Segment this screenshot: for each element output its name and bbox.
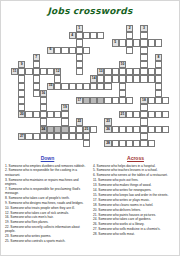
- grid-gap: [90, 54, 97, 61]
- crossword-cell[interactable]: [162, 111, 169, 118]
- grid-gap: [112, 83, 119, 90]
- grid-gap: [11, 83, 18, 90]
- grid-gap: [47, 118, 54, 125]
- grid-gap: [69, 39, 76, 46]
- crossword-cell[interactable]: [140, 75, 147, 82]
- clue-item: 17. Someone who writes or plays music.: [93, 198, 178, 202]
- crossword-cell[interactable]: [140, 61, 147, 68]
- grid-gap: [104, 111, 111, 118]
- clue-item: 8. Someone who takes care of people's te…: [5, 196, 90, 200]
- grid-gap: [18, 54, 25, 61]
- grid-gap: [25, 47, 32, 54]
- grid-gap: [90, 39, 97, 46]
- crossword-cell[interactable]: [148, 140, 155, 147]
- crossword-cell[interactable]: [25, 111, 32, 118]
- grid-gap: [33, 97, 40, 104]
- crossword-cell[interactable]: [104, 83, 111, 90]
- grid-gap: [90, 61, 97, 68]
- crossword-cell[interactable]: [76, 61, 83, 68]
- crossword-cell[interactable]: [119, 83, 126, 90]
- grid-gap: [97, 90, 104, 97]
- crossword-cell[interactable]: [33, 61, 40, 68]
- grid-gap: [148, 118, 155, 125]
- crossword-cell[interactable]: [83, 32, 90, 39]
- crossword-cell[interactable]: [119, 68, 126, 75]
- crossword-cell[interactable]: [83, 140, 90, 147]
- crossword-cell[interactable]: [69, 47, 76, 54]
- crossword-cell[interactable]: [76, 39, 83, 46]
- grid-gap: [97, 25, 104, 32]
- crossword-cell[interactable]: [140, 140, 147, 147]
- grid-gap: [11, 25, 18, 32]
- crossword-cell[interactable]: [148, 126, 155, 133]
- grid-gap: [47, 140, 54, 147]
- grid-gap: [54, 25, 61, 32]
- grid-gap: [148, 90, 155, 97]
- crossword-grid: 1234567891011121314151617181920212223242…: [11, 25, 169, 147]
- crossword-cell-numbered[interactable]: 22: [76, 118, 83, 125]
- crossword-cell-numbered[interactable]: 19: [61, 104, 68, 111]
- crossword-cell[interactable]: [90, 83, 97, 90]
- crossword-cell[interactable]: [140, 68, 147, 75]
- crossword-cell[interactable]: [54, 83, 61, 90]
- grid-gap: [18, 118, 25, 125]
- crossword-cell[interactable]: [76, 126, 83, 133]
- crossword-cell[interactable]: [33, 90, 40, 97]
- clue-item: 11. Someone who puts out fires.: [93, 178, 178, 182]
- crossword-cell[interactable]: [33, 133, 40, 140]
- crossword-cell[interactable]: [54, 111, 61, 118]
- crossword-cell-numbered[interactable]: 3: [140, 25, 147, 32]
- crossword-cell[interactable]: [133, 111, 140, 118]
- grid-gap: [133, 83, 140, 90]
- grid-gap: [11, 126, 18, 133]
- grid-gap: [40, 32, 47, 39]
- grid-gap: [11, 90, 18, 97]
- crossword-cell[interactable]: [47, 133, 54, 140]
- crossword-cell[interactable]: [54, 133, 61, 140]
- clue-item: 15. Someone who keeps law and order in t…: [93, 193, 178, 197]
- grid-gap: [83, 39, 90, 46]
- crossword-cell[interactable]: [148, 97, 155, 104]
- crossword-cell[interactable]: [112, 97, 119, 104]
- crossword-cell[interactable]: [126, 39, 133, 46]
- clue-item: 25. Someone who controls a sports match.: [5, 239, 90, 243]
- grid-gap: [162, 140, 169, 147]
- across-clues-list: 4. Someone who helps doctors in a hospit…: [93, 164, 178, 237]
- crossword-cell[interactable]: [33, 75, 40, 82]
- crossword-cell[interactable]: [69, 126, 76, 133]
- crossword-cell-numbered[interactable]: 8: [155, 54, 162, 61]
- crossword-cell[interactable]: [155, 61, 162, 68]
- crossword-cell[interactable]: [40, 118, 47, 125]
- grid-gap: [61, 25, 68, 32]
- clue-item: 16. Someone who cuts men's hair.: [5, 215, 90, 219]
- grid-gap: [47, 61, 54, 68]
- clue-item: 20. Someone who delivers letters.: [93, 208, 178, 212]
- crossword-cell[interactable]: [76, 83, 83, 90]
- grid-gap: [126, 104, 133, 111]
- crossword-cell[interactable]: [76, 32, 83, 39]
- grid-gap: [18, 32, 25, 39]
- across-clues-header: Across: [93, 155, 178, 161]
- grid-gap: [11, 32, 18, 39]
- grid-gap: [47, 90, 54, 97]
- grid-gap: [18, 126, 25, 133]
- grid-gap: [83, 25, 90, 32]
- crossword-cell[interactable]: [97, 97, 104, 104]
- crossword-cell-numbered[interactable]: 14: [90, 75, 97, 82]
- grid-gap: [133, 133, 140, 140]
- crossword-cell-numbered[interactable]: 26: [104, 126, 111, 133]
- crossword-cell[interactable]: [126, 111, 133, 118]
- crossword-cell-numbered[interactable]: 4: [69, 32, 76, 39]
- grid-gap: [90, 140, 97, 147]
- crossword-cell[interactable]: [140, 111, 147, 118]
- grid-gap: [76, 111, 83, 118]
- crossword-cell-numbered[interactable]: 21: [119, 111, 126, 118]
- crossword-cell[interactable]: [54, 126, 61, 133]
- crossword-cell[interactable]: [47, 111, 54, 118]
- grid-gap: [155, 47, 162, 54]
- crossword-cell[interactable]: [40, 133, 47, 140]
- grid-gap: [133, 54, 140, 61]
- crossword-cell[interactable]: [90, 32, 97, 39]
- grid-gap: [112, 133, 119, 140]
- crossword-cell[interactable]: [97, 83, 104, 90]
- crossword-cell[interactable]: [140, 39, 147, 46]
- crossword-cell[interactable]: [90, 126, 97, 133]
- crossword-cell-numbered[interactable]: 25: [83, 126, 90, 133]
- crossword-cell[interactable]: [18, 68, 25, 75]
- crossword-cell[interactable]: [47, 126, 54, 133]
- grid-gap: [119, 25, 126, 32]
- crossword-cell[interactable]: [140, 32, 147, 39]
- crossword-cell-numbered[interactable]: 20: [18, 111, 25, 118]
- crossword-cell-numbered[interactable]: 11: [11, 68, 18, 75]
- crossword-cell[interactable]: [47, 68, 54, 75]
- crossword-cell[interactable]: [155, 97, 162, 104]
- crossword-cell[interactable]: [140, 126, 147, 133]
- clue-item: 23. Someone who writes poems.: [5, 234, 90, 238]
- grid-gap: [61, 32, 68, 39]
- crossword-cell[interactable]: [25, 68, 32, 75]
- crossword-cell[interactable]: [155, 75, 162, 82]
- crossword-cell[interactable]: [133, 39, 140, 46]
- grid-gap: [148, 83, 155, 90]
- clue-item: 26. Someone who works at a library.: [93, 222, 178, 226]
- grid-gap: [18, 140, 25, 147]
- crossword-cell[interactable]: [148, 111, 155, 118]
- crossword-cell[interactable]: [104, 68, 111, 75]
- crossword-cell[interactable]: [162, 97, 169, 104]
- crossword-cell[interactable]: [33, 111, 40, 118]
- crossword-cell[interactable]: [133, 140, 140, 147]
- crossword-cell-numbered[interactable]: 7: [33, 54, 40, 61]
- crossword-cell-numbered[interactable]: 27: [18, 133, 25, 140]
- grid-gap: [119, 47, 126, 54]
- grid-gap: [104, 39, 111, 46]
- crossword-cell[interactable]: [83, 83, 90, 90]
- crossword-cell[interactable]: [18, 104, 25, 111]
- crossword-cell[interactable]: [148, 75, 155, 82]
- crossword-cell[interactable]: [140, 118, 147, 125]
- grid-gap: [25, 32, 32, 39]
- crossword-cell-numbered[interactable]: 23: [104, 118, 111, 125]
- crossword-cell[interactable]: [126, 126, 133, 133]
- grid-gap: [133, 90, 140, 97]
- grid-gap: [126, 118, 133, 125]
- crossword-cell[interactable]: [126, 140, 133, 147]
- grid-gap: [25, 54, 32, 61]
- crossword-cell[interactable]: [140, 47, 147, 54]
- worksheet-page: Jobs crosswords 123456789101112131415161…: [0, 0, 180, 256]
- crossword-cell[interactable]: [18, 97, 25, 104]
- grid-gap: [69, 68, 76, 75]
- grid-gap: [33, 118, 40, 125]
- grid-gap: [76, 104, 83, 111]
- clue-item: 18. Someone who cleans rooms in a hotel.: [93, 203, 178, 207]
- grid-gap: [69, 61, 76, 68]
- crossword-cell-numbered[interactable]: 28: [104, 140, 111, 147]
- grid-gap: [112, 47, 119, 54]
- crossword-cell[interactable]: [18, 75, 25, 82]
- crossword-cell[interactable]: [126, 68, 133, 75]
- crossword-cell[interactable]: [148, 68, 155, 75]
- crossword-cell[interactable]: [40, 111, 47, 118]
- grid-gap: [104, 133, 111, 140]
- grid-gap: [119, 118, 126, 125]
- grid-gap: [69, 90, 76, 97]
- crossword-cell[interactable]: [133, 126, 140, 133]
- crossword-cell-numbered[interactable]: 12: [54, 68, 61, 75]
- grid-gap: [25, 126, 32, 133]
- crossword-cell[interactable]: [112, 126, 119, 133]
- grid-gap: [112, 32, 119, 39]
- grid-gap: [18, 39, 25, 46]
- crossword-cell[interactable]: [40, 104, 47, 111]
- grid-gap: [76, 90, 83, 97]
- grid-gap: [25, 25, 32, 32]
- grid-gap: [61, 39, 68, 46]
- grid-gap: [11, 104, 18, 111]
- grid-gap: [155, 140, 162, 147]
- crossword-cell[interactable]: [76, 54, 83, 61]
- crossword-cell[interactable]: [54, 75, 61, 82]
- clue-item: 12. Someone who takes care of sick anima…: [5, 211, 90, 215]
- crossword-cell[interactable]: [119, 39, 126, 46]
- crossword-cell[interactable]: [61, 126, 68, 133]
- clue-item: 28. Someone who sells meat.: [93, 232, 178, 236]
- crossword-cell[interactable]: [83, 47, 90, 54]
- crossword-cell[interactable]: [18, 83, 25, 90]
- crossword-cell-numbered[interactable]: 5: [112, 39, 119, 46]
- clue-item: 13. Someone who makes things of wood.: [93, 183, 178, 187]
- crossword-cell-numbered[interactable]: 2: [126, 25, 133, 32]
- crossword-cell[interactable]: [133, 75, 140, 82]
- grid-gap: [162, 118, 169, 125]
- grid-gap: [40, 39, 47, 46]
- crossword-cell[interactable]: [18, 90, 25, 97]
- crossword-cell[interactable]: [112, 68, 119, 75]
- crossword-cell[interactable]: [155, 126, 162, 133]
- crossword-cell[interactable]: [148, 39, 155, 46]
- grid-gap: [155, 118, 162, 125]
- clue-item: 3. Someone who maintains or repairs mach…: [5, 178, 90, 186]
- crossword-cell[interactable]: [33, 68, 40, 75]
- crossword-cell[interactable]: [76, 68, 83, 75]
- grid-gap: [148, 61, 155, 68]
- page-title: Jobs crosswords: [1, 6, 179, 16]
- grid-gap: [162, 47, 169, 54]
- crossword-cell-numbered[interactable]: 17: [76, 97, 83, 104]
- grid-gap: [119, 133, 126, 140]
- grid-gap: [126, 83, 133, 90]
- grid-gap: [148, 25, 155, 32]
- grid-gap: [83, 54, 90, 61]
- grid-gap: [11, 111, 18, 118]
- grid-gap: [25, 39, 32, 46]
- grid-gap: [54, 90, 61, 97]
- crossword-cell[interactable]: [155, 90, 162, 97]
- grid-gap: [162, 68, 169, 75]
- grid-gap: [148, 133, 155, 140]
- grid-gap: [133, 47, 140, 54]
- grid-gap: [90, 111, 97, 118]
- crossword-cell-numbered[interactable]: 16: [40, 90, 47, 97]
- grid-gap: [112, 111, 119, 118]
- grid-gap: [155, 104, 162, 111]
- crossword-cell[interactable]: [155, 111, 162, 118]
- crossword-cell[interactable]: [119, 75, 126, 82]
- grid-gap: [83, 111, 90, 118]
- crossword-cell[interactable]: [25, 133, 32, 140]
- clue-item: 24. Someone who takes care of gardens.: [93, 217, 178, 221]
- grid-gap: [61, 54, 68, 61]
- crossword-cell[interactable]: [126, 75, 133, 82]
- crossword-cell-numbered[interactable]: 24: [40, 126, 47, 133]
- crossword-cell[interactable]: [97, 75, 104, 82]
- down-clues-header: Down: [5, 155, 90, 161]
- grid-gap: [25, 118, 32, 125]
- grid-gap: [90, 68, 97, 75]
- crossword-cell-numbered[interactable]: 13: [97, 68, 104, 75]
- crossword-cell[interactable]: [133, 68, 140, 75]
- crossword-cell[interactable]: [83, 97, 90, 104]
- crossword-cell[interactable]: [40, 68, 47, 75]
- crossword-cell-numbered[interactable]: 6: [47, 47, 54, 54]
- grid-gap: [104, 47, 111, 54]
- crossword-cell[interactable]: [61, 118, 68, 125]
- grid-gap: [83, 75, 90, 82]
- grid-gap: [140, 83, 147, 90]
- grid-gap: [97, 39, 104, 46]
- grid-gap: [162, 54, 169, 61]
- crossword-cell[interactable]: [76, 133, 83, 140]
- grid-gap: [126, 54, 133, 61]
- grid-gap: [61, 90, 68, 97]
- grid-gap: [148, 32, 155, 39]
- crossword-cell[interactable]: [119, 140, 126, 147]
- crossword-cell[interactable]: [119, 97, 126, 104]
- crossword-cell-numbered[interactable]: 15: [47, 83, 54, 90]
- crossword-cell[interactable]: [155, 83, 162, 90]
- crossword-cell[interactable]: [104, 97, 111, 104]
- clue-item: 19. Someone who flies planes.: [5, 220, 90, 224]
- grid-gap: [40, 47, 47, 54]
- crossword-cell[interactable]: [112, 140, 119, 147]
- clue-item: 9. Someone who designs machines, roads a…: [5, 201, 90, 205]
- crossword-cell-numbered[interactable]: 9: [18, 61, 25, 68]
- grid-gap: [83, 118, 90, 125]
- grid-gap: [61, 61, 68, 68]
- grid-gap: [104, 54, 111, 61]
- grid-gap: [97, 118, 104, 125]
- crossword-cell[interactable]: [97, 32, 104, 39]
- crossword-cell[interactable]: [76, 47, 83, 54]
- grid-gap: [54, 54, 61, 61]
- grid-gap: [119, 32, 126, 39]
- crossword-cell[interactable]: [155, 39, 162, 46]
- crossword-cell[interactable]: [162, 126, 169, 133]
- crossword-cell[interactable]: [140, 104, 147, 111]
- crossword-cell[interactable]: [83, 133, 90, 140]
- crossword-cell-numbered[interactable]: 1: [76, 25, 83, 32]
- grid-gap: [97, 126, 104, 133]
- crossword-cell[interactable]: [61, 47, 68, 54]
- crossword-cell[interactable]: [126, 32, 133, 39]
- crossword-cell[interactable]: [61, 83, 68, 90]
- crossword-cell-numbered[interactable]: 18: [140, 97, 147, 104]
- grid-gap: [112, 90, 119, 97]
- grid-gap: [47, 54, 54, 61]
- grid-gap: [47, 75, 54, 82]
- crossword-cell[interactable]: [69, 133, 76, 140]
- clue-item: 27. Someone who sells medicine in a chem…: [93, 227, 178, 231]
- crossword-cell[interactable]: [126, 47, 133, 54]
- across-clues-column: Across 4. Someone who helps doctors in a…: [93, 155, 178, 237]
- crossword-cell[interactable]: [104, 75, 111, 82]
- grid-gap: [90, 25, 97, 32]
- crossword-cell[interactable]: [61, 133, 68, 140]
- grid-gap: [83, 61, 90, 68]
- crossword-cell-numbered[interactable]: 10: [119, 61, 126, 68]
- grid-gap: [54, 118, 61, 125]
- crossword-cell[interactable]: [40, 97, 47, 104]
- crossword-cell[interactable]: [61, 111, 68, 118]
- grid-gap: [54, 97, 61, 104]
- grid-gap: [162, 61, 169, 68]
- crossword-cell[interactable]: [90, 97, 97, 104]
- crossword-cell[interactable]: [33, 83, 40, 90]
- crossword-cell[interactable]: [119, 126, 126, 133]
- crossword-cell[interactable]: [140, 133, 147, 140]
- crossword-cell[interactable]: [54, 47, 61, 54]
- grid-gap: [97, 104, 104, 111]
- grid-gap: [133, 61, 140, 68]
- crossword-cell[interactable]: [69, 83, 76, 90]
- grid-gap: [54, 39, 61, 46]
- crossword-cell[interactable]: [155, 68, 162, 75]
- grid-gap: [155, 133, 162, 140]
- crossword-cell[interactable]: [140, 54, 147, 61]
- grid-gap: [11, 75, 18, 82]
- crossword-cell[interactable]: [119, 90, 126, 97]
- crossword-cell[interactable]: [126, 97, 133, 104]
- grid-gap: [11, 140, 18, 147]
- crossword-cell[interactable]: [112, 75, 119, 82]
- grid-gap: [162, 39, 169, 46]
